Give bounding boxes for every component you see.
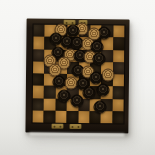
board-square-r7c3[interactable] (67, 111, 79, 123)
brass-screw (72, 21, 74, 23)
board-square-r4c0[interactable] (33, 74, 45, 86)
brass-screw (77, 126, 79, 128)
draughtsman-dark-28[interactable] (71, 95, 84, 108)
board-square-r7c0[interactable] (33, 110, 45, 122)
brass-screw (53, 125, 55, 127)
brass-screw (66, 21, 68, 23)
board-square-r6c1[interactable] (44, 98, 56, 110)
draughtsman-dark-26[interactable] (83, 87, 96, 100)
board-square-r7c2[interactable] (55, 111, 67, 123)
board-square-r1c0[interactable] (33, 37, 45, 49)
draughtsman-dark-25[interactable] (97, 84, 110, 97)
board-square-r5c7[interactable] (112, 87, 124, 99)
draughtsman-dark-27[interactable] (58, 90, 71, 103)
brass-hinge-left (51, 124, 63, 129)
brass-screw (59, 125, 61, 127)
draughtsman-dark-21[interactable] (90, 72, 103, 85)
board-square-r7c1[interactable] (44, 110, 56, 122)
board-square-r5c0[interactable] (33, 86, 45, 98)
board-square-r5c1[interactable] (44, 86, 56, 98)
board-square-r7c7[interactable] (112, 111, 124, 123)
board-square-r6c0[interactable] (33, 98, 45, 110)
draughtsman-dark-29[interactable] (94, 101, 107, 114)
board-square-r0c0[interactable] (33, 25, 45, 37)
board-square-r3c0[interactable] (33, 61, 45, 73)
board-square-r3c7[interactable] (113, 62, 125, 74)
board-square-r0c7[interactable] (113, 25, 125, 37)
board-square-r2c7[interactable] (113, 50, 125, 62)
photo-backdrop (0, 0, 155, 155)
draughtsman-light-20[interactable] (102, 69, 115, 82)
board-square-r6c7[interactable] (112, 99, 124, 111)
brass-hinge-right (69, 124, 81, 129)
board-square-r1c7[interactable] (113, 38, 125, 50)
draughtsman-dark-14[interactable] (93, 53, 106, 66)
board-square-r7c4[interactable] (78, 111, 90, 123)
brass-screw (71, 125, 73, 127)
